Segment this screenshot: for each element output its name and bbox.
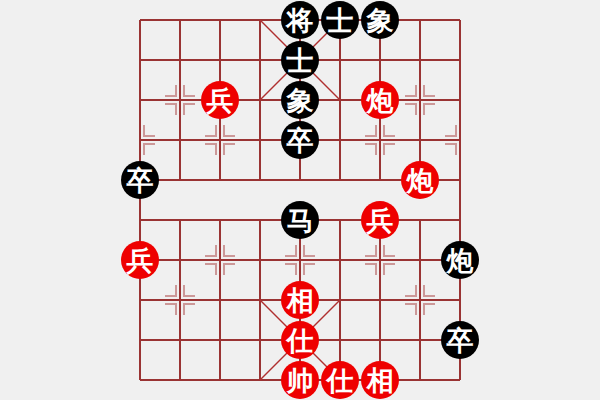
piece-black-advisor[interactable]: 士 bbox=[321, 1, 359, 39]
piece-red-advisor[interactable]: 仕 bbox=[281, 321, 319, 359]
piece-red-elephant[interactable]: 相 bbox=[361, 361, 399, 399]
piece-red-soldier[interactable]: 兵 bbox=[361, 201, 399, 239]
piece-red-elephant[interactable]: 相 bbox=[281, 281, 319, 319]
piece-red-advisor[interactable]: 仕 bbox=[321, 361, 359, 399]
piece-black-soldier[interactable]: 卒 bbox=[121, 161, 159, 199]
piece-red-cannon[interactable]: 炮 bbox=[401, 161, 439, 199]
piece-red-general[interactable]: 帅 bbox=[281, 361, 319, 399]
piece-black-general[interactable]: 将 bbox=[281, 1, 319, 39]
piece-red-soldier[interactable]: 兵 bbox=[121, 241, 159, 279]
piece-black-soldier[interactable]: 卒 bbox=[281, 121, 319, 159]
piece-black-horse[interactable]: 马 bbox=[281, 201, 319, 239]
piece-black-soldier[interactable]: 卒 bbox=[441, 321, 479, 359]
piece-red-soldier[interactable]: 兵 bbox=[201, 81, 239, 119]
piece-black-cannon[interactable]: 炮 bbox=[441, 241, 479, 279]
piece-black-advisor[interactable]: 士 bbox=[281, 41, 319, 79]
piece-layer[interactable]: 将士象士兵象炮卒卒炮马兵兵炮相仕卒帅仕相 bbox=[120, 0, 480, 400]
piece-black-elephant[interactable]: 象 bbox=[361, 1, 399, 39]
piece-black-elephant[interactable]: 象 bbox=[281, 81, 319, 119]
piece-red-cannon[interactable]: 炮 bbox=[361, 81, 399, 119]
xiangqi-board[interactable]: 将士象士兵象炮卒卒炮马兵兵炮相仕卒帅仕相 bbox=[0, 0, 600, 400]
